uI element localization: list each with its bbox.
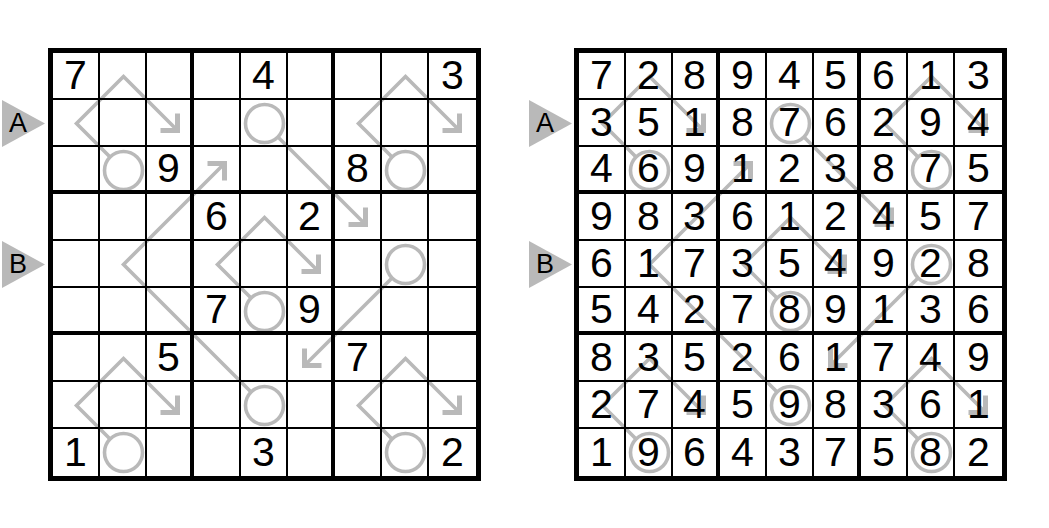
solution-cell-r5c1: 6 [579,241,626,288]
solution-cell-r3c5: 2 [767,147,814,194]
puzzle-cell-r8c2 [100,382,147,429]
solution-cell-r3c2: 6 [626,147,673,194]
puzzle-cell-r5c9 [429,241,476,288]
puzzle-cell-r4c2 [100,194,147,241]
solution-cell-r9c9: 2 [955,429,1002,476]
solution-cell-r1c6: 5 [814,53,861,100]
puzzle-cell-r8c8 [382,382,429,429]
row-marker-b-right: B [529,241,572,288]
solution-cell-r3c1: 4 [579,147,626,194]
solution-cell-r7c6: 1 [814,335,861,382]
puzzle-cell-r1c5: 4 [241,53,288,100]
puzzle-cell-r6c1 [53,288,100,335]
puzzle-cell-r2c8 [382,100,429,147]
puzzle-cell-r4c9 [429,194,476,241]
puzzle-cell-r6c8 [382,288,429,335]
solution-cell-r5c8: 2 [908,241,955,288]
solution-cell-r8c1: 2 [579,382,626,429]
puzzle-cell-r2c6 [288,100,335,147]
solution-cell-r6c2: 4 [626,288,673,335]
puzzle-cell-r8c7 [335,382,382,429]
solution-cell-r8c8: 6 [908,382,955,429]
solution-cell-r6c3: 2 [673,288,720,335]
solution-cell-r2c1: 3 [579,100,626,147]
puzzle-cell-r3c1 [53,147,100,194]
puzzle-cell-r1c1: 7 [53,53,100,100]
puzzle-cell-r3c9 [429,147,476,194]
marker-label-a: A [536,100,554,147]
puzzle-cell-r9c2 [100,429,147,476]
puzzle-cell-r9c4 [194,429,241,476]
solution-cell-r7c3: 5 [673,335,720,382]
puzzle-cell-r9c9: 2 [429,429,476,476]
puzzle-cell-r4c5 [241,194,288,241]
puzzle-cell-r2c3 [147,100,194,147]
solution-cell-r6c9: 6 [955,288,1002,335]
puzzle-cell-r7c8 [382,335,429,382]
solution-cell-r8c9: 1 [955,382,1002,429]
puzzle-cell-r2c2 [100,100,147,147]
solution-cell-r4c3: 3 [673,194,720,241]
puzzle-cell-r2c7 [335,100,382,147]
puzzle-cell-r8c9 [429,382,476,429]
solution-cell-r1c8: 1 [908,53,955,100]
solution-cell-r4c8: 5 [908,194,955,241]
puzzle-cell-r7c1 [53,335,100,382]
solution-cell-r4c7: 4 [861,194,908,241]
puzzle-cell-r1c8 [382,53,429,100]
puzzle-cell-r1c4 [194,53,241,100]
solution-cell-r5c9: 8 [955,241,1002,288]
puzzle-cell-r5c2 [100,241,147,288]
puzzle-cell-r3c7: 8 [335,147,382,194]
solution-cell-r8c7: 3 [861,382,908,429]
puzzle-cell-r8c5 [241,382,288,429]
solution-cell-r5c6: 4 [814,241,861,288]
puzzle-cell-r6c5 [241,288,288,335]
puzzle-cell-r1c9: 3 [429,53,476,100]
solution-cell-r7c7: 7 [861,335,908,382]
puzzle-cell-r4c4: 6 [194,194,241,241]
solution-cell-r3c8: 7 [908,147,955,194]
puzzle-cell-r7c3: 5 [147,335,194,382]
puzzle-cell-r5c7 [335,241,382,288]
puzzle-cell-r7c6 [288,335,335,382]
puzzle-cell-r7c5 [241,335,288,382]
puzzle-cell-r4c6: 2 [288,194,335,241]
puzzle-grid: 74398627957132 [53,53,476,476]
solution-cell-r2c6: 6 [814,100,861,147]
solution-cell-r9c7: 5 [861,429,908,476]
puzzle-cell-r2c4 [194,100,241,147]
solution-cell-r4c1: 9 [579,194,626,241]
row-marker-a-left: A [2,100,45,147]
puzzle-cell-r5c4 [194,241,241,288]
puzzle-cell-r4c1 [53,194,100,241]
solution-cell-r1c9: 3 [955,53,1002,100]
puzzle-cell-r8c1 [53,382,100,429]
puzzle-cell-r6c2 [100,288,147,335]
solution-cell-r9c3: 6 [673,429,720,476]
solution-cell-r1c5: 4 [767,53,814,100]
puzzle-cell-r1c6 [288,53,335,100]
puzzle-cell-r9c7 [335,429,382,476]
solution-cell-r6c4: 7 [720,288,767,335]
solution-cell-r9c1: 1 [579,429,626,476]
solution-cell-r9c8: 8 [908,429,955,476]
puzzle-cell-r4c7 [335,194,382,241]
solution-cell-r6c5: 8 [767,288,814,335]
solution-cell-r1c2: 2 [626,53,673,100]
solution-cell-r9c6: 7 [814,429,861,476]
puzzle-cell-r6c7 [335,288,382,335]
solution-cell-r5c7: 9 [861,241,908,288]
row-marker-b-left: B [2,241,45,288]
puzzle-cell-r6c9 [429,288,476,335]
marker-label-b: B [9,241,27,288]
solution-cell-r1c4: 9 [720,53,767,100]
puzzle-cell-r5c8 [382,241,429,288]
puzzle-cell-r7c7: 7 [335,335,382,382]
solution-cell-r6c8: 3 [908,288,955,335]
puzzle-cell-r9c5: 3 [241,429,288,476]
solution-cell-r1c7: 6 [861,53,908,100]
solution-cell-r2c7: 2 [861,100,908,147]
puzzle-cell-r5c5 [241,241,288,288]
solution-cell-r8c4: 5 [720,382,767,429]
solution-cell-r2c3: 1 [673,100,720,147]
puzzle-cell-r1c3 [147,53,194,100]
solution-cell-r9c2: 9 [626,429,673,476]
puzzle-cell-r4c8 [382,194,429,241]
solution-cell-r8c6: 8 [814,382,861,429]
marker-label-b: B [536,241,554,288]
solution-cell-r2c5: 7 [767,100,814,147]
puzzle-cell-r7c2 [100,335,147,382]
solution-cell-r7c4: 2 [720,335,767,382]
solution-cell-r8c3: 4 [673,382,720,429]
solution-cell-r4c4: 6 [720,194,767,241]
row-marker-a-right: A [529,100,572,147]
puzzle-cell-r3c3: 9 [147,147,194,194]
solution-cell-r3c4: 1 [720,147,767,194]
solution-grid: 7289456133518762944691238759836124576173… [579,53,1002,476]
solution-cell-r6c7: 1 [861,288,908,335]
puzzle-board: 74398627957132 [48,48,481,481]
puzzle-cell-r2c5 [241,100,288,147]
solution-cell-r7c9: 9 [955,335,1002,382]
solution-cell-r5c5: 5 [767,241,814,288]
solution-cell-r6c1: 5 [579,288,626,335]
solution-cell-r7c5: 6 [767,335,814,382]
solution-cell-r3c3: 9 [673,147,720,194]
puzzle-cell-r8c6 [288,382,335,429]
puzzle-cell-r8c4 [194,382,241,429]
puzzle-cell-r3c5 [241,147,288,194]
solution-cell-r1c1: 7 [579,53,626,100]
solution-cell-r3c9: 5 [955,147,1002,194]
puzzle-cell-r7c4 [194,335,241,382]
puzzle-cell-r2c9 [429,100,476,147]
puzzle-cell-r1c7 [335,53,382,100]
solution-cell-r8c5: 9 [767,382,814,429]
puzzle-cell-r9c1: 1 [53,429,100,476]
solution-cell-r5c3: 7 [673,241,720,288]
puzzle-cell-r3c6 [288,147,335,194]
solution-cell-r2c8: 9 [908,100,955,147]
puzzle-cell-r5c1 [53,241,100,288]
marker-label-a: A [9,100,27,147]
solution-cell-r4c5: 1 [767,194,814,241]
solution-cell-r4c9: 7 [955,194,1002,241]
solution-cell-r4c2: 8 [626,194,673,241]
solution-cell-r2c9: 4 [955,100,1002,147]
puzzle-cell-r5c6 [288,241,335,288]
puzzle-cell-r1c2 [100,53,147,100]
puzzle-cell-r6c3 [147,288,194,335]
puzzle-cell-r3c4 [194,147,241,194]
solution-cell-r2c2: 5 [626,100,673,147]
solution-cell-r9c4: 4 [720,429,767,476]
solution-cell-r7c8: 4 [908,335,955,382]
puzzle-cell-r6c6: 9 [288,288,335,335]
puzzle-cell-r2c1 [53,100,100,147]
puzzle-cell-r9c6 [288,429,335,476]
solution-cell-r7c1: 8 [579,335,626,382]
puzzle-cell-r5c3 [147,241,194,288]
solution-board: 7289456133518762944691238759836124576173… [574,48,1007,481]
puzzle-cell-r4c3 [147,194,194,241]
solution-cell-r9c5: 3 [767,429,814,476]
puzzle-cell-r9c8 [382,429,429,476]
solution-cell-r3c7: 8 [861,147,908,194]
solution-cell-r7c2: 3 [626,335,673,382]
puzzle-cell-r6c4: 7 [194,288,241,335]
solution-cell-r5c2: 1 [626,241,673,288]
puzzle-cell-r3c8 [382,147,429,194]
solution-cell-r2c4: 8 [720,100,767,147]
page: A B A B 74398627957132 72894561335187629… [0,0,1049,528]
puzzle-cell-r8c3 [147,382,194,429]
solution-cell-r6c6: 9 [814,288,861,335]
solution-cell-r1c3: 8 [673,53,720,100]
puzzle-cell-r3c2 [100,147,147,194]
solution-cell-r3c6: 3 [814,147,861,194]
solution-cell-r4c6: 2 [814,194,861,241]
puzzle-cell-r7c9 [429,335,476,382]
puzzle-cell-r9c3 [147,429,194,476]
solution-cell-r5c4: 3 [720,241,767,288]
solution-cell-r8c2: 7 [626,382,673,429]
